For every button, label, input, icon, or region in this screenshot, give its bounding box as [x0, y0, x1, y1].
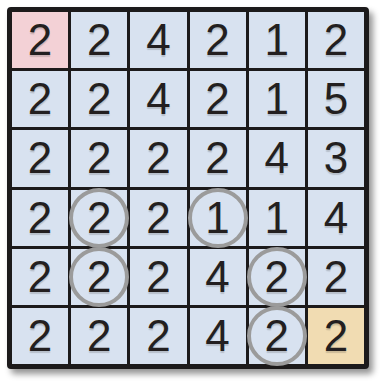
cell-r4c5[interactable]: 1: [249, 190, 305, 246]
cell-r5c6[interactable]: 2: [308, 249, 364, 305]
cell-r6c4[interactable]: 4: [190, 308, 246, 364]
cell-r3c4[interactable]: 2: [190, 130, 246, 186]
cell-r1c4[interactable]: 2: [190, 12, 246, 68]
cell-r5c4[interactable]: 4: [190, 249, 246, 305]
cell-r2c6[interactable]: 5: [308, 71, 364, 127]
cell-value: 2: [324, 18, 348, 62]
cell-r2c3[interactable]: 4: [130, 71, 186, 127]
cell-value: 2: [146, 255, 170, 299]
cell-value: 2: [146, 136, 170, 180]
cell-value: 2: [28, 314, 52, 358]
cell-r6c3[interactable]: 2: [130, 308, 186, 364]
cell-r5c1[interactable]: 2: [12, 249, 68, 305]
cell-value: 2: [28, 18, 52, 62]
cell-r1c6[interactable]: 2: [308, 12, 364, 68]
cell-value: 4: [205, 255, 229, 299]
cell-value: 2: [324, 255, 348, 299]
cell-r1c1[interactable]: 2: [12, 12, 68, 68]
cell-value: 1: [205, 196, 229, 240]
cell-value: 4: [205, 314, 229, 358]
cell-value: 4: [146, 77, 170, 121]
cell-r3c1[interactable]: 2: [12, 130, 68, 186]
cell-r5c3[interactable]: 2: [130, 249, 186, 305]
cell-r6c1[interactable]: 2: [12, 308, 68, 364]
cell-r5c2[interactable]: 2: [71, 249, 127, 305]
cell-r1c3[interactable]: 4: [130, 12, 186, 68]
cell-r4c2[interactable]: 2: [71, 190, 127, 246]
cell-r6c6[interactable]: 2: [308, 308, 364, 364]
cell-r5c5[interactable]: 2: [249, 249, 305, 305]
cell-value: 2: [265, 314, 289, 358]
cell-value: 3: [324, 136, 348, 180]
cell-value: 2: [28, 77, 52, 121]
cell-r6c2[interactable]: 2: [71, 308, 127, 364]
cell-r3c2[interactable]: 2: [71, 130, 127, 186]
cell-value: 2: [205, 136, 229, 180]
cell-value: 2: [205, 77, 229, 121]
cell-value: 2: [87, 77, 111, 121]
cell-r2c1[interactable]: 2: [12, 71, 68, 127]
cell-value: 2: [265, 255, 289, 299]
cell-value: 2: [28, 255, 52, 299]
cell-r2c2[interactable]: 2: [71, 71, 127, 127]
cell-r1c5[interactable]: 1: [249, 12, 305, 68]
cell-r1c2[interactable]: 2: [71, 12, 127, 68]
cell-value: 2: [146, 196, 170, 240]
cell-value: 4: [265, 136, 289, 180]
cell-value: 1: [265, 77, 289, 121]
puzzle-board: 224212224215222243222114222422222422: [7, 7, 369, 369]
cell-r4c4[interactable]: 1: [190, 190, 246, 246]
cell-r6c5[interactable]: 2: [249, 308, 305, 364]
cell-value: 2: [87, 314, 111, 358]
cell-value: 1: [265, 18, 289, 62]
cell-value: 4: [146, 18, 170, 62]
cell-value: 4: [324, 196, 348, 240]
cell-value: 2: [87, 196, 111, 240]
cell-r2c4[interactable]: 2: [190, 71, 246, 127]
cell-value: 2: [205, 18, 229, 62]
cell-value: 5: [324, 77, 348, 121]
cell-value: 2: [87, 255, 111, 299]
cell-value: 2: [87, 18, 111, 62]
cell-r3c5[interactable]: 4: [249, 130, 305, 186]
cell-value: 2: [324, 314, 348, 358]
puzzle-stage: 224212224215222243222114222422222422: [0, 0, 381, 381]
cell-r4c3[interactable]: 2: [130, 190, 186, 246]
cell-value: 1: [265, 196, 289, 240]
cell-r3c3[interactable]: 2: [130, 130, 186, 186]
cell-r3c6[interactable]: 3: [308, 130, 364, 186]
cell-value: 2: [28, 196, 52, 240]
cell-value: 2: [146, 314, 170, 358]
cell-r4c6[interactable]: 4: [308, 190, 364, 246]
cell-value: 2: [87, 136, 111, 180]
cell-value: 2: [28, 136, 52, 180]
cell-r2c5[interactable]: 1: [249, 71, 305, 127]
cell-r4c1[interactable]: 2: [12, 190, 68, 246]
